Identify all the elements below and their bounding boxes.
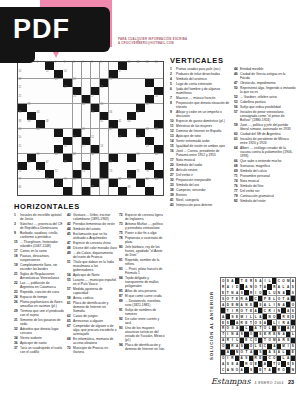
grid-cell[interactable]: 43 xyxy=(127,120,136,128)
grid-cell[interactable] xyxy=(36,179,45,187)
grid-cell[interactable]: 54 xyxy=(136,137,145,145)
grid-cell[interactable]: 86 xyxy=(18,187,27,195)
grid-cell[interactable]: 62 xyxy=(73,154,82,162)
cell-number: 26 xyxy=(73,96,76,99)
pdf-overlay-badge[interactable]: PDF xyxy=(0,7,110,52)
grid-cell[interactable] xyxy=(45,137,54,145)
contact-note: PARA CUALQUIER INFORMACIÓN ESCRIBA A CRU… xyxy=(118,37,187,45)
grid-cell: A xyxy=(240,302,244,308)
grid-cell[interactable] xyxy=(45,104,54,112)
grid-cell[interactable] xyxy=(45,145,54,153)
grid-cell[interactable] xyxy=(27,179,36,187)
clue-text: Símbolo del litio xyxy=(240,184,296,188)
grid-cell[interactable] xyxy=(45,129,54,137)
grid-cell: A xyxy=(254,308,258,314)
grid-cell[interactable]: 78 xyxy=(45,179,54,187)
grid-cell[interactable]: 22 xyxy=(18,87,27,95)
grid-cell[interactable]: 30 xyxy=(82,104,91,112)
grid-cell[interactable] xyxy=(136,162,145,170)
grid-cell[interactable] xyxy=(118,145,127,153)
grid-cell[interactable]: 74 xyxy=(109,170,118,178)
clue-item: 70Municipio de Francia en Garona xyxy=(67,346,117,354)
grid-cell[interactable] xyxy=(100,70,109,78)
grid-cell: N xyxy=(267,314,271,320)
grid-cell[interactable] xyxy=(54,162,63,170)
clue-text: Ciudad de Grecia antigua en la Fócida xyxy=(240,72,296,80)
grid-cell[interactable] xyxy=(154,104,163,112)
grid-cell[interactable]: 49 xyxy=(154,129,163,137)
clue-item: 15... Thorgilsson, historiador islandés … xyxy=(14,240,64,248)
grid-cell[interactable]: 65 xyxy=(154,154,163,162)
grid-cell[interactable]: 15 xyxy=(45,70,54,78)
grid-cell[interactable]: 26 xyxy=(73,95,82,103)
grid-cell[interactable] xyxy=(100,187,109,195)
clue-text: Menstruo de las mujeres xyxy=(176,124,230,128)
grid-cell[interactable] xyxy=(118,112,127,120)
grid-cell[interactable] xyxy=(36,187,45,195)
grid-cell: R xyxy=(272,284,276,290)
grid-cell[interactable] xyxy=(136,70,145,78)
grid-cell: A xyxy=(221,302,225,308)
grid-cell[interactable]: 25 xyxy=(18,95,27,103)
grid-cell[interactable]: 50 xyxy=(18,137,27,145)
grid-cell[interactable]: 16 xyxy=(63,70,72,78)
clue-item: 39Existes xyxy=(170,193,230,197)
grid-cell[interactable]: 29 xyxy=(27,104,36,112)
grid-cell[interactable]: 82 xyxy=(118,179,127,187)
grid-cell[interactable] xyxy=(63,120,72,128)
clue-item: 74Nota musical xyxy=(234,179,296,183)
grid-cell[interactable] xyxy=(27,129,36,137)
grid-cell[interactable]: 8 xyxy=(91,62,100,70)
black-cell xyxy=(267,344,271,350)
cell-number: 66 xyxy=(27,162,30,165)
grid-cell[interactable] xyxy=(73,162,82,170)
grid-cell[interactable]: 28 xyxy=(154,95,163,103)
grid-cell[interactable]: 57 xyxy=(82,145,91,153)
grid-cell[interactable]: 67 xyxy=(45,162,54,170)
grid-cell[interactable]: 13 xyxy=(154,62,163,70)
grid-cell[interactable]: 56 xyxy=(63,145,72,153)
grid-cell[interactable] xyxy=(136,87,145,95)
grid-cell[interactable] xyxy=(82,70,91,78)
clue-item: 43Interjección para detener xyxy=(170,203,230,207)
grid-cell[interactable] xyxy=(109,137,118,145)
grid-cell[interactable]: 60 xyxy=(36,154,45,162)
clue-item: 13Apócope de tono xyxy=(170,134,230,138)
grid-cell[interactable] xyxy=(127,70,136,78)
clue-text: Simiente de los gusanos de seda xyxy=(20,318,64,326)
clue-text: Repetido, nombre de la niñera xyxy=(125,258,165,266)
grid-cell[interactable]: 63 xyxy=(91,154,100,162)
grid-cell[interactable] xyxy=(100,154,109,162)
grid-cell[interactable] xyxy=(127,162,136,170)
cell-number: 15 xyxy=(46,71,49,74)
grid-cell[interactable] xyxy=(82,112,91,120)
grid-cell[interactable]: 84 xyxy=(145,179,154,187)
grid-cell[interactable] xyxy=(154,187,163,195)
grid-cell[interactable] xyxy=(27,137,36,145)
grid-cell: O xyxy=(249,361,253,367)
grid-cell[interactable]: 33 xyxy=(18,112,27,120)
grid-cell[interactable]: 3 xyxy=(36,62,45,70)
black-cell xyxy=(226,344,230,350)
clue-text: Peptonato o caseinato de plata xyxy=(125,236,165,244)
grid-cell[interactable]: 71 xyxy=(36,170,45,178)
grid-cell: A xyxy=(230,278,234,284)
black-cell xyxy=(263,314,267,320)
grid-cell[interactable]: 55 xyxy=(18,145,27,153)
grid-cell: E xyxy=(244,338,248,344)
grid-cell: D xyxy=(291,314,295,320)
clue-item: 49...-de-Calais, departamento del norte … xyxy=(67,251,117,259)
grid-cell: O xyxy=(249,332,253,338)
grid-cell[interactable]: 75 xyxy=(136,170,145,178)
grid-cell: C xyxy=(263,344,267,350)
grid-cell[interactable]: 79 xyxy=(63,179,72,187)
grid-cell: A xyxy=(277,350,281,356)
grid-cell[interactable]: 32 xyxy=(145,104,154,112)
grid-cell[interactable] xyxy=(127,145,136,153)
grid-cell: O xyxy=(221,356,225,362)
grid-cell[interactable] xyxy=(154,112,163,120)
grid-cell: A xyxy=(235,332,239,338)
grid-cell: T xyxy=(263,367,267,373)
clue-text: Iniciales de pintor venezolano, consagra… xyxy=(240,110,296,122)
grid-cell[interactable] xyxy=(45,79,54,87)
cell-number: 77 xyxy=(18,179,21,182)
grid-cell[interactable] xyxy=(73,120,82,128)
black-cell xyxy=(118,187,127,195)
grid-cell: R xyxy=(240,320,244,326)
grid-cell[interactable] xyxy=(36,95,45,103)
clue-item: 17Cortes en la carne xyxy=(14,249,64,253)
grid-cell: O xyxy=(281,278,285,284)
grid-cell: A xyxy=(286,296,290,302)
grid-cell[interactable] xyxy=(118,87,127,95)
grid-cell[interactable] xyxy=(91,120,100,128)
grid-cell[interactable] xyxy=(36,87,45,95)
grid-cell[interactable] xyxy=(27,79,36,87)
grid-cell[interactable] xyxy=(54,95,63,103)
cell-number: 39 xyxy=(27,121,30,124)
cell-number: 85 xyxy=(155,179,158,182)
grid-cell[interactable] xyxy=(27,70,36,78)
grid-cell: A xyxy=(221,338,225,344)
clue-text: El que come carne cruda xyxy=(125,294,165,298)
grid-cell[interactable] xyxy=(73,104,82,112)
grid-cell: N xyxy=(235,350,239,356)
grid-cell[interactable] xyxy=(91,170,100,178)
cell-number: 8 xyxy=(91,62,92,65)
grid-cell[interactable] xyxy=(45,87,54,95)
grid-cell[interactable]: 24 xyxy=(100,87,109,95)
grid-cell[interactable] xyxy=(136,79,145,87)
clue-text: Espacio de tiempo xyxy=(20,295,64,299)
grid-cell[interactable]: 34 xyxy=(36,112,45,120)
grid-cell[interactable] xyxy=(136,187,145,195)
grid-cell: T xyxy=(221,332,225,338)
grid-cell: A xyxy=(267,350,271,356)
grid-cell[interactable] xyxy=(118,162,127,170)
grid-cell: S xyxy=(221,296,225,302)
black-cell xyxy=(100,112,109,120)
grid-cell[interactable]: 40 xyxy=(45,120,54,128)
black-cell xyxy=(263,356,267,362)
grid-cell[interactable]: 41 xyxy=(100,120,109,128)
grid-cell[interactable] xyxy=(91,79,100,87)
grid-cell[interactable] xyxy=(45,187,54,195)
grid-cell[interactable]: 88 xyxy=(127,187,136,195)
clue-text: Arrinconas a alguien xyxy=(73,319,117,323)
black-cell xyxy=(272,326,276,332)
grid-cell[interactable] xyxy=(54,104,63,112)
grid-cell[interactable] xyxy=(136,95,145,103)
grid-cell: S xyxy=(258,332,262,338)
clue-item: 68Suntuoso, magnífico xyxy=(234,164,296,168)
clue-item: 30Preposición inseparable xyxy=(170,178,230,182)
clue-text: Prendas femeninas de vestir xyxy=(73,222,117,226)
grid-cell[interactable] xyxy=(27,145,36,153)
grid-cell[interactable] xyxy=(145,70,154,78)
crossword-grid[interactable]: 1234567891011121314151617181920212223242… xyxy=(17,61,164,196)
grid-cell[interactable]: 85 xyxy=(154,179,163,187)
grid-cell[interactable]: 80 xyxy=(73,179,82,187)
grid-cell: I xyxy=(286,344,290,350)
grid-cell[interactable] xyxy=(54,187,63,195)
grid-cell[interactable] xyxy=(154,70,163,78)
grid-cell[interactable] xyxy=(118,154,127,162)
grid-cell[interactable]: 12 xyxy=(145,62,154,70)
grid-cell[interactable] xyxy=(27,87,36,95)
grid-cell[interactable] xyxy=(82,179,91,187)
grid-cell[interactable] xyxy=(127,129,136,137)
grid-cell[interactable]: 47 xyxy=(109,129,118,137)
clue-item: 5Lago de cierta extensión xyxy=(170,82,230,86)
black-cell xyxy=(136,179,145,187)
grid-cell[interactable] xyxy=(109,87,118,95)
solution-grid: OSATERSAILCOMARAIDANOTARALASETNASRIOLUNA… xyxy=(220,277,296,374)
grid-cell[interactable] xyxy=(109,145,118,153)
black-cell xyxy=(45,62,54,70)
grid-cell[interactable] xyxy=(136,120,145,128)
grid-cell[interactable] xyxy=(63,95,72,103)
black-cell xyxy=(254,350,258,356)
grid-cell[interactable] xyxy=(154,79,163,87)
grid-cell: N xyxy=(249,284,253,290)
down-clues-col1: 1Puntas usadas para pulir (inv.)2Pedazos… xyxy=(170,67,230,208)
grid-cell[interactable] xyxy=(154,162,163,170)
grid-cell: I xyxy=(230,284,234,290)
grid-cell[interactable] xyxy=(54,137,63,145)
grid-cell[interactable] xyxy=(145,87,154,95)
grid-cell[interactable]: 69 xyxy=(109,162,118,170)
grid-cell[interactable] xyxy=(145,154,154,162)
grid-cell[interactable]: 51 xyxy=(73,137,82,145)
grid-cell[interactable]: 64 xyxy=(136,154,145,162)
grid-cell[interactable] xyxy=(63,129,72,137)
grid-cell[interactable] xyxy=(63,112,72,120)
grid-cell[interactable] xyxy=(54,120,63,128)
grid-cell[interactable] xyxy=(45,95,54,103)
grid-cell: M xyxy=(286,278,290,284)
grid-cell[interactable] xyxy=(73,112,82,120)
grid-cell[interactable]: 20 xyxy=(73,79,82,87)
clue-text: Apócope de tono xyxy=(176,134,230,138)
grid-cell: T xyxy=(258,326,262,332)
grid-cell[interactable] xyxy=(73,187,82,195)
grid-cell[interactable]: 58 xyxy=(100,145,109,153)
black-cell xyxy=(286,290,290,296)
grid-cell: R xyxy=(249,278,253,284)
grid-cell[interactable] xyxy=(100,129,109,137)
grid-cell[interactable]: 37 xyxy=(136,112,145,120)
grid-cell[interactable] xyxy=(100,137,109,145)
clue-text: Símbolo del astato xyxy=(73,227,117,231)
grid-cell[interactable]: 6 xyxy=(73,62,82,70)
grid-cell[interactable]: 11 xyxy=(136,62,145,70)
grid-cell[interactable]: 45 xyxy=(36,129,45,137)
clue-item: 47Obstáculo, impedimento xyxy=(234,81,296,85)
grid-cell[interactable] xyxy=(154,137,163,145)
grid-cell: T xyxy=(244,308,248,314)
grid-cell[interactable] xyxy=(127,79,136,87)
grid-cell[interactable]: 4 xyxy=(54,62,63,70)
grid-cell[interactable]: 66 xyxy=(27,162,36,170)
clue-text: Apócope de Norte xyxy=(73,273,117,277)
black-cell xyxy=(240,338,244,344)
clue-text: Interjección para detener xyxy=(176,203,230,207)
grid-cell[interactable]: 46 xyxy=(82,129,91,137)
grid-cell[interactable] xyxy=(145,112,154,120)
grid-cell[interactable]: 17 xyxy=(118,70,127,78)
grid-cell[interactable] xyxy=(127,95,136,103)
grid-cell[interactable]: 59 xyxy=(145,145,154,153)
grid-cell[interactable] xyxy=(63,104,72,112)
grid-cell[interactable]: 87 xyxy=(91,187,100,195)
grid-cell: R xyxy=(291,326,295,332)
grid-cell[interactable]: 2 xyxy=(27,62,36,70)
clue-item: 45Exclamación que se ha atribuido a Arqu… xyxy=(67,232,117,240)
grid-cell[interactable]: 53 xyxy=(118,137,127,145)
grid-cell[interactable]: 27 xyxy=(91,95,100,103)
cell-number: 54 xyxy=(137,137,140,140)
grid-cell[interactable] xyxy=(82,154,91,162)
grid-cell: R xyxy=(281,338,285,344)
grid-cell: S xyxy=(226,278,230,284)
grid-cell[interactable] xyxy=(36,70,45,78)
grid-cell[interactable]: 39 xyxy=(27,120,36,128)
grid-cell[interactable]: 48 xyxy=(145,129,154,137)
grid-cell[interactable] xyxy=(118,79,127,87)
grid-cell: O xyxy=(254,320,258,326)
grid-cell[interactable]: 68 xyxy=(63,162,72,170)
grid-cell[interactable]: 10 xyxy=(127,62,136,70)
grid-cell[interactable]: 35 xyxy=(91,112,100,120)
grid-cell[interactable]: 7 xyxy=(82,62,91,70)
cell-number: 36 xyxy=(109,112,112,115)
grid-cell[interactable] xyxy=(82,87,91,95)
clue-text: Toca un cuadrúpedo el suelo con el codil… xyxy=(20,346,64,354)
grid-cell[interactable] xyxy=(109,95,118,103)
grid-cell: A xyxy=(240,356,244,362)
grid-cell[interactable]: 73 xyxy=(82,170,91,178)
cell-number: 28 xyxy=(155,96,158,99)
grid-cell[interactable] xyxy=(127,87,136,95)
grid-cell[interactable]: 1 xyxy=(18,62,27,70)
grid-cell[interactable] xyxy=(109,187,118,195)
grid-cell[interactable]: 5 xyxy=(63,62,72,70)
grid-cell[interactable] xyxy=(36,79,45,87)
grid-cell[interactable]: 21 xyxy=(109,79,118,87)
black-cell xyxy=(254,367,258,373)
grid-cell[interactable] xyxy=(118,104,127,112)
grid-cell[interactable] xyxy=(54,87,63,95)
grid-cell[interactable]: 14 xyxy=(18,70,27,78)
clue-item: 4Símbolo del arsénico xyxy=(170,77,230,81)
black-cell xyxy=(118,62,127,70)
black-cell xyxy=(54,70,63,78)
grid-cell[interactable] xyxy=(27,170,36,178)
grid-cell[interactable]: 61 xyxy=(54,154,63,162)
grid-cell[interactable]: 36 xyxy=(109,112,118,120)
black-cell xyxy=(258,308,262,314)
clue-text: Contracción gramatical xyxy=(240,194,296,198)
grid-cell[interactable] xyxy=(45,112,54,120)
grid-cell: S xyxy=(230,314,234,320)
grid-cell: N xyxy=(244,302,248,308)
grid-cell[interactable] xyxy=(27,187,36,195)
grid-cell: A xyxy=(263,361,267,367)
grid-cell[interactable]: 23 xyxy=(63,87,72,95)
grid-cell: A xyxy=(281,302,285,308)
grid-cell[interactable] xyxy=(36,137,45,145)
grid-cell[interactable]: 72 xyxy=(54,170,63,178)
grid-cell: E xyxy=(221,320,225,326)
grid-cell[interactable] xyxy=(109,62,118,70)
grid-cell[interactable] xyxy=(91,70,100,78)
grid-cell: O xyxy=(240,350,244,356)
grid-cell: S xyxy=(258,350,262,356)
clue-item: 14Sentir extremado ardor xyxy=(170,139,230,143)
grid-cell[interactable]: 81 xyxy=(100,179,109,187)
grid-cell[interactable]: 31 xyxy=(100,104,109,112)
grid-cell[interactable] xyxy=(18,154,27,162)
clue-item: 20Símbolo del sodio xyxy=(170,163,230,167)
cell-number: 56 xyxy=(64,146,67,149)
across-clues-col1: 1Iniciales de increíble apóstol de Jesús… xyxy=(14,213,64,355)
grid-cell[interactable]: 9 xyxy=(100,62,109,70)
grid-cell[interactable] xyxy=(127,104,136,112)
grid-cell[interactable] xyxy=(91,162,100,170)
grid-cell[interactable] xyxy=(54,112,63,120)
grid-cell[interactable]: 42 xyxy=(118,120,127,128)
grid-cell[interactable]: 52 xyxy=(91,137,100,145)
grid-cell: O xyxy=(277,296,281,302)
grid-cell[interactable] xyxy=(118,95,127,103)
grid-cell[interactable]: 19 xyxy=(54,79,63,87)
grid-cell: R xyxy=(230,356,234,362)
grid-cell: R xyxy=(244,361,248,367)
grid-cell[interactable] xyxy=(73,70,82,78)
grid-cell: E xyxy=(258,367,262,373)
cell-number: 9 xyxy=(100,62,101,65)
grid-cell[interactable] xyxy=(127,137,136,145)
grid-cell: M xyxy=(240,314,244,320)
clue-text: Poner o dar fin a algo xyxy=(125,231,165,235)
grid-cell: I xyxy=(230,338,234,344)
grid-cell[interactable] xyxy=(82,79,91,87)
